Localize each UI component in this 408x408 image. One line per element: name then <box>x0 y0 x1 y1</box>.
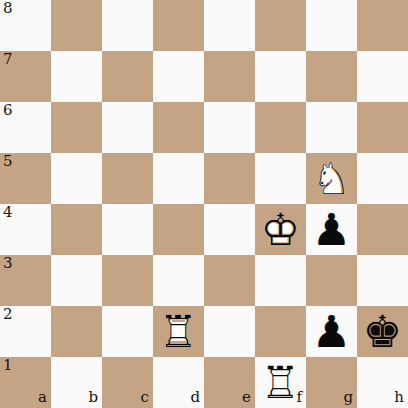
square-e2[interactable] <box>204 306 255 357</box>
square-a7[interactable] <box>0 51 51 102</box>
square-d6[interactable] <box>153 102 204 153</box>
square-g8[interactable] <box>306 0 357 51</box>
square-c1[interactable] <box>102 357 153 408</box>
black-pawn[interactable]: ♟ <box>306 204 357 255</box>
chess-board: ♞♘♚♔♟♜♖♟♚♜♖87654321abcdefgh <box>0 0 408 408</box>
square-h7[interactable] <box>357 51 408 102</box>
square-d8[interactable] <box>153 0 204 51</box>
chess-diagram: ♞♘♚♔♟♜♖♟♚♜♖87654321abcdefgh <box>0 0 408 408</box>
piece-outline-layer: ♖ <box>255 357 306 408</box>
square-a8[interactable] <box>0 0 51 51</box>
piece-outline-layer: ♔ <box>255 204 306 255</box>
square-f2[interactable] <box>255 306 306 357</box>
square-e4[interactable] <box>204 204 255 255</box>
square-b2[interactable] <box>51 306 102 357</box>
square-g1[interactable] <box>306 357 357 408</box>
square-d1[interactable] <box>153 357 204 408</box>
square-c8[interactable] <box>102 0 153 51</box>
square-a3[interactable] <box>0 255 51 306</box>
square-f7[interactable] <box>255 51 306 102</box>
square-h8[interactable] <box>357 0 408 51</box>
square-b3[interactable] <box>51 255 102 306</box>
square-a6[interactable] <box>0 102 51 153</box>
white-rook[interactable]: ♜♖ <box>153 306 204 357</box>
square-f5[interactable] <box>255 153 306 204</box>
square-h3[interactable] <box>357 255 408 306</box>
square-d5[interactable] <box>153 153 204 204</box>
square-d2[interactable]: ♜♖ <box>153 306 204 357</box>
square-a2[interactable] <box>0 306 51 357</box>
square-g3[interactable] <box>306 255 357 306</box>
square-g6[interactable] <box>306 102 357 153</box>
square-b7[interactable] <box>51 51 102 102</box>
black-king[interactable]: ♚ <box>357 306 408 357</box>
square-g7[interactable] <box>306 51 357 102</box>
square-d4[interactable] <box>153 204 204 255</box>
square-e6[interactable] <box>204 102 255 153</box>
square-a5[interactable] <box>0 153 51 204</box>
square-e5[interactable] <box>204 153 255 204</box>
square-e1[interactable] <box>204 357 255 408</box>
square-b4[interactable] <box>51 204 102 255</box>
square-c3[interactable] <box>102 255 153 306</box>
square-f1[interactable]: ♜♖ <box>255 357 306 408</box>
square-e3[interactable] <box>204 255 255 306</box>
square-c4[interactable] <box>102 204 153 255</box>
square-c2[interactable] <box>102 306 153 357</box>
square-d3[interactable] <box>153 255 204 306</box>
square-g5[interactable]: ♞♘ <box>306 153 357 204</box>
square-e8[interactable] <box>204 0 255 51</box>
square-f3[interactable] <box>255 255 306 306</box>
square-h2[interactable]: ♚ <box>357 306 408 357</box>
square-h5[interactable] <box>357 153 408 204</box>
piece-outline-layer: ♖ <box>153 306 204 357</box>
square-b8[interactable] <box>51 0 102 51</box>
square-b5[interactable] <box>51 153 102 204</box>
square-h6[interactable] <box>357 102 408 153</box>
square-g2[interactable]: ♟ <box>306 306 357 357</box>
white-knight[interactable]: ♞♘ <box>306 153 357 204</box>
square-g4[interactable]: ♟ <box>306 204 357 255</box>
white-rook[interactable]: ♜♖ <box>255 357 306 408</box>
square-h1[interactable] <box>357 357 408 408</box>
square-c7[interactable] <box>102 51 153 102</box>
square-c5[interactable] <box>102 153 153 204</box>
black-pawn[interactable]: ♟ <box>306 306 357 357</box>
square-a1[interactable] <box>0 357 51 408</box>
square-d7[interactable] <box>153 51 204 102</box>
white-king[interactable]: ♚♔ <box>255 204 306 255</box>
square-f6[interactable] <box>255 102 306 153</box>
square-f4[interactable]: ♚♔ <box>255 204 306 255</box>
square-e7[interactable] <box>204 51 255 102</box>
square-a4[interactable] <box>0 204 51 255</box>
square-f8[interactable] <box>255 0 306 51</box>
square-h4[interactable] <box>357 204 408 255</box>
square-b6[interactable] <box>51 102 102 153</box>
square-c6[interactable] <box>102 102 153 153</box>
piece-outline-layer: ♘ <box>306 153 357 204</box>
square-b1[interactable] <box>51 357 102 408</box>
